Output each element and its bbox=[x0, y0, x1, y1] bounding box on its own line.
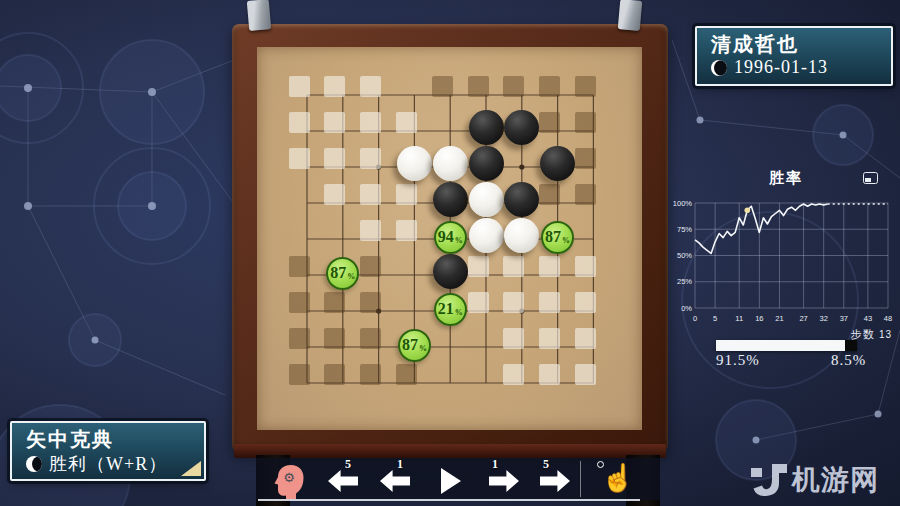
territory-black-marker bbox=[360, 364, 381, 385]
territory-white-marker bbox=[396, 220, 417, 241]
player-plate-bottom[interactable]: 矢中克典 胜利（W+R） bbox=[10, 421, 206, 481]
stone-white bbox=[433, 146, 468, 181]
pointing-hand-icon: ☝ bbox=[601, 465, 635, 492]
territory-white-marker bbox=[575, 256, 596, 277]
black-winrate-segment bbox=[845, 340, 857, 351]
territory-white-marker bbox=[503, 328, 524, 349]
territory-white-marker bbox=[539, 364, 560, 385]
territory-black-marker bbox=[468, 76, 489, 97]
svg-text:32: 32 bbox=[820, 314, 828, 323]
territory-white-marker bbox=[503, 256, 524, 277]
left-clamp-icon bbox=[247, 0, 272, 31]
svg-text:25%: 25% bbox=[677, 277, 692, 286]
territory-black-marker bbox=[396, 364, 417, 385]
black-winrate-label: 8.5% bbox=[831, 352, 866, 369]
tap-mode-button[interactable]: ☝ bbox=[596, 461, 630, 499]
player-top-date: 1996-01-13 bbox=[734, 57, 828, 78]
gear-icon: ⚙ bbox=[283, 470, 295, 485]
svg-text:100%: 100% bbox=[673, 199, 693, 208]
territory-white-marker bbox=[324, 184, 345, 205]
svg-text:0%: 0% bbox=[681, 304, 692, 313]
territory-white-marker bbox=[289, 148, 310, 169]
back-5-label: 5 bbox=[345, 457, 351, 472]
territory-black-marker bbox=[289, 292, 310, 313]
expand-chart-icon[interactable] bbox=[863, 172, 878, 184]
stone-white bbox=[469, 218, 504, 253]
territory-white-marker bbox=[503, 292, 524, 313]
player-plate-top[interactable]: 清成哲也 1996-01-13 bbox=[695, 26, 893, 86]
territory-black-marker bbox=[289, 328, 310, 349]
territory-black-marker bbox=[575, 184, 596, 205]
stone-white bbox=[469, 182, 504, 217]
black-stone-moon-icon bbox=[711, 60, 727, 76]
stone-white bbox=[397, 146, 432, 181]
territory-black-marker bbox=[360, 328, 381, 349]
move-suggestion[interactable]: 87% bbox=[326, 257, 359, 290]
control-separator bbox=[580, 461, 581, 497]
stone-black bbox=[469, 146, 504, 181]
player-bottom-result: 胜利（W+R） bbox=[49, 452, 167, 476]
territory-white-marker bbox=[575, 364, 596, 385]
move-suggestion[interactable]: 87% bbox=[398, 329, 431, 362]
white-stone-moon-icon bbox=[26, 456, 42, 472]
svg-text:37: 37 bbox=[840, 314, 848, 323]
move-suggestion[interactable]: 87% bbox=[541, 221, 574, 254]
territory-black-marker bbox=[503, 76, 524, 97]
territory-black-marker bbox=[324, 328, 345, 349]
territory-white-marker bbox=[324, 112, 345, 133]
territory-black-marker bbox=[539, 76, 560, 97]
ai-analysis-button[interactable]: ⚙ bbox=[273, 464, 305, 499]
territory-white-marker bbox=[539, 292, 560, 313]
territory-black-marker bbox=[360, 256, 381, 277]
control-underline bbox=[258, 499, 640, 501]
territory-black-marker bbox=[432, 76, 453, 97]
winrate-chart: 100%75%50%25%0%051116212732374348 bbox=[668, 165, 900, 333]
territory-black-marker bbox=[539, 184, 560, 205]
territory-black-marker bbox=[539, 112, 560, 133]
move-suggestion[interactable]: 21% bbox=[434, 293, 467, 326]
winrate-bar bbox=[716, 340, 857, 351]
move-suggestion[interactable]: 94% bbox=[434, 221, 467, 254]
stone-white bbox=[504, 218, 539, 253]
territory-black-marker bbox=[289, 256, 310, 277]
svg-text:5: 5 bbox=[713, 314, 717, 323]
territory-white-marker bbox=[575, 328, 596, 349]
svg-text:11: 11 bbox=[735, 314, 743, 323]
territory-black-marker bbox=[575, 76, 596, 97]
svg-text:0: 0 bbox=[693, 314, 697, 323]
territory-white-marker bbox=[289, 112, 310, 133]
white-winrate-segment bbox=[716, 340, 845, 351]
game-screen: 94%87%87%21%87% ⚙ 5 1 1 5 ☝ 清成哲也 1996-01… bbox=[0, 0, 900, 506]
white-winrate-label: 91.5% bbox=[716, 352, 760, 369]
svg-text:27: 27 bbox=[799, 314, 807, 323]
svg-text:16: 16 bbox=[755, 314, 763, 323]
stone-black bbox=[540, 146, 575, 181]
stone-black bbox=[433, 182, 468, 217]
territory-black-marker bbox=[575, 112, 596, 133]
territory-white-marker bbox=[360, 112, 381, 133]
territory-white-marker bbox=[360, 148, 381, 169]
player-top-name: 清成哲也 bbox=[711, 32, 879, 56]
territory-white-marker bbox=[289, 76, 310, 97]
territory-black-marker bbox=[289, 364, 310, 385]
jyw-logo-icon bbox=[748, 461, 788, 499]
stone-black bbox=[504, 182, 539, 217]
territory-white-marker bbox=[324, 76, 345, 97]
stand-rail bbox=[234, 444, 666, 458]
territory-white-marker bbox=[539, 328, 560, 349]
territory-white-marker bbox=[324, 148, 345, 169]
territory-white-marker bbox=[468, 292, 489, 313]
play-button[interactable] bbox=[441, 468, 461, 494]
territory-white-marker bbox=[468, 256, 489, 277]
territory-black-marker bbox=[360, 292, 381, 313]
territory-black-marker bbox=[575, 148, 596, 169]
forward-1-label: 1 bbox=[492, 457, 498, 472]
territory-white-marker bbox=[503, 364, 524, 385]
svg-text:43: 43 bbox=[864, 314, 872, 323]
territory-white-marker bbox=[360, 184, 381, 205]
stone-black bbox=[504, 110, 539, 145]
territory-white-marker bbox=[360, 76, 381, 97]
player-bottom-name: 矢中克典 bbox=[26, 427, 192, 451]
forward-5-label: 5 bbox=[543, 457, 549, 472]
svg-text:75%: 75% bbox=[677, 225, 692, 234]
winrate-chart-title: 胜率 bbox=[741, 169, 831, 188]
back-1-label: 1 bbox=[397, 457, 403, 472]
move-counter-value: 13 bbox=[879, 329, 892, 340]
watermark-text: 机游网 bbox=[792, 461, 879, 499]
territory-white-marker bbox=[396, 184, 417, 205]
territory-white-marker bbox=[396, 112, 417, 133]
site-watermark: 机游网 bbox=[748, 461, 879, 499]
territory-black-marker bbox=[324, 364, 345, 385]
svg-text:50%: 50% bbox=[677, 251, 692, 260]
territory-white-marker bbox=[539, 256, 560, 277]
stone-black bbox=[469, 110, 504, 145]
territory-white-marker bbox=[575, 292, 596, 313]
stone-black bbox=[433, 254, 468, 289]
svg-text:48: 48 bbox=[884, 314, 892, 323]
go-board[interactable]: 94%87%87%21%87% bbox=[257, 47, 642, 430]
right-clamp-icon bbox=[618, 0, 643, 31]
svg-text:21: 21 bbox=[775, 314, 783, 323]
territory-white-marker bbox=[360, 220, 381, 241]
territory-black-marker bbox=[324, 292, 345, 313]
expand-plate-triangle[interactable] bbox=[181, 461, 201, 476]
